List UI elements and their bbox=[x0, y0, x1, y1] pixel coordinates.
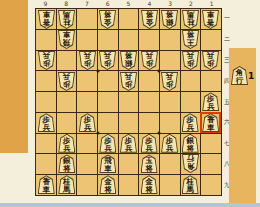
piece-knight-sente[interactable]: 桂馬 bbox=[182, 175, 199, 194]
square-8-7: 歩兵 bbox=[57, 133, 78, 154]
piece-lance-sente[interactable]: 香車 bbox=[202, 113, 219, 132]
square-3-4: 歩兵 bbox=[159, 71, 180, 92]
piece-face: 歩兵 bbox=[39, 114, 54, 131]
square-2-1: 桂馬 bbox=[180, 9, 201, 30]
square-2-7: 銀将 bbox=[180, 133, 201, 154]
square-6-8: 飛車 bbox=[98, 154, 119, 175]
piece-silver-sente[interactable]: 銀将 bbox=[182, 134, 199, 153]
piece-pawn-sente[interactable]: 歩兵 bbox=[79, 113, 96, 132]
piece-face: 金将 bbox=[142, 11, 157, 28]
piece-face: 歩兵 bbox=[162, 135, 177, 152]
square-5-7: 歩兵 bbox=[118, 133, 139, 154]
piece-pawn-sente[interactable]: 歩兵 bbox=[38, 113, 55, 132]
file-label: 6 bbox=[97, 0, 118, 8]
piece-pawn-sente[interactable]: 歩兵 bbox=[161, 134, 178, 153]
piece-face: 歩兵 bbox=[59, 73, 74, 90]
piece-face: 歩兵 bbox=[121, 73, 136, 90]
piece-gold-gote[interactable]: 金将 bbox=[99, 10, 116, 29]
piece-face: 歩兵 bbox=[39, 52, 54, 69]
square-1-3: 歩兵 bbox=[200, 50, 221, 71]
square-9-3: 歩兵 bbox=[36, 50, 57, 71]
piece-pawn-sente[interactable]: 歩兵 bbox=[120, 134, 137, 153]
sente-hand-stand: 角 行 1 bbox=[229, 48, 256, 207]
piece-face: 歩兵 bbox=[183, 52, 198, 69]
piece-face: 銀将 bbox=[183, 135, 198, 152]
piece-pawn-sente[interactable]: 歩兵 bbox=[202, 92, 219, 111]
piece-face: 香車 bbox=[39, 11, 54, 28]
square-2-9: 桂馬 bbox=[180, 174, 201, 195]
piece-face: 歩兵 bbox=[142, 52, 157, 69]
piece-face: 歩兵 bbox=[59, 135, 74, 152]
piece-bishop-gote[interactable]: 角行 bbox=[182, 154, 199, 173]
square-2-6: 歩兵 bbox=[180, 112, 201, 133]
window-bottom-edge bbox=[0, 203, 260, 207]
piece-gold-sente[interactable]: 金将 bbox=[99, 175, 116, 194]
piece-pawn-sente[interactable]: 歩兵 bbox=[141, 134, 158, 153]
piece-face: 金将 bbox=[142, 176, 157, 193]
piece-king-sente[interactable]: 玉将 bbox=[141, 154, 158, 173]
square-4-7: 歩兵 bbox=[139, 133, 160, 154]
square-5-4: 歩兵 bbox=[118, 71, 139, 92]
square-6-7: 歩兵 bbox=[98, 133, 119, 154]
hand-piece-kanji: 行 bbox=[236, 77, 244, 85]
piece-lance-gote[interactable]: 香車 bbox=[202, 10, 219, 29]
piece-king-gote[interactable]: 王将 bbox=[182, 30, 199, 49]
square-2-3: 歩兵 bbox=[180, 50, 201, 71]
hand-row: 角 行 1 bbox=[229, 66, 256, 85]
piece-pawn-sente[interactable]: 歩兵 bbox=[99, 134, 116, 153]
square-4-8: 玉将 bbox=[139, 154, 160, 175]
piece-gold-gote[interactable]: 金将 bbox=[141, 10, 158, 29]
piece-pawn-sente[interactable]: 歩兵 bbox=[58, 134, 75, 153]
piece-rook-sente[interactable]: 飛車 bbox=[99, 154, 116, 173]
rank-label: 二 bbox=[223, 29, 231, 50]
square-1-5: 歩兵 bbox=[200, 92, 221, 113]
square-9-1: 香車 bbox=[36, 9, 57, 30]
square-2-8: 角行 bbox=[180, 154, 201, 175]
piece-face: 金将 bbox=[100, 176, 115, 193]
piece-pawn-gote[interactable]: 歩兵 bbox=[202, 51, 219, 70]
piece-face: 金将 bbox=[100, 11, 115, 28]
square-8-8: 銀将 bbox=[57, 154, 78, 175]
piece-face: 香車 bbox=[203, 114, 218, 131]
piece-face: 歩兵 bbox=[142, 135, 157, 152]
piece-pawn-gote[interactable]: 歩兵 bbox=[141, 51, 158, 70]
piece-pawn-gote[interactable]: 歩兵 bbox=[182, 51, 199, 70]
piece-face: 歩兵 bbox=[100, 52, 115, 69]
square-4-9: 金将 bbox=[139, 174, 160, 195]
square-8-4: 歩兵 bbox=[57, 71, 78, 92]
square-6-3: 歩兵 bbox=[98, 50, 119, 71]
piece-knight-gote[interactable]: 桂馬 bbox=[182, 10, 199, 29]
piece-silver-gote[interactable]: 銀将 bbox=[120, 51, 137, 70]
piece-knight-gote[interactable]: 桂馬 bbox=[58, 10, 75, 29]
file-label: 4 bbox=[139, 0, 160, 8]
piece-pawn-sente[interactable]: 歩兵 bbox=[182, 113, 199, 132]
file-label: 3 bbox=[160, 0, 181, 8]
piece-face: 桂馬 bbox=[59, 176, 74, 193]
square-7-6: 歩兵 bbox=[77, 112, 98, 133]
piece-face: 角行 bbox=[183, 155, 198, 172]
piece-face: 歩兵 bbox=[80, 114, 95, 131]
piece-face: 歩兵 bbox=[183, 114, 198, 131]
file-label: 8 bbox=[56, 0, 77, 8]
square-9-9: 香車 bbox=[36, 174, 57, 195]
gote-hand-stand bbox=[0, 0, 28, 153]
file-label: 7 bbox=[77, 0, 98, 8]
piece-pawn-gote[interactable]: 歩兵 bbox=[58, 72, 75, 91]
file-label: 1 bbox=[201, 0, 222, 8]
piece-knight-sente[interactable]: 桂馬 bbox=[58, 175, 75, 194]
piece-pawn-gote[interactable]: 歩兵 bbox=[161, 72, 178, 91]
hand-piece-count: 1 bbox=[248, 71, 254, 81]
piece-pawn-gote[interactable]: 歩兵 bbox=[99, 51, 116, 70]
piece-face: 歩兵 bbox=[162, 73, 177, 90]
piece-face: 歩兵 bbox=[80, 52, 95, 69]
rank-label: 一 bbox=[223, 8, 231, 29]
square-2-2: 王将 bbox=[180, 30, 201, 51]
piece-silver-gote[interactable]: 銀将 bbox=[161, 10, 178, 29]
square-8-9: 桂馬 bbox=[57, 174, 78, 195]
piece-silver-sente[interactable]: 銀将 bbox=[58, 154, 75, 173]
piece-face: 香車 bbox=[39, 176, 54, 193]
file-label: 5 bbox=[118, 0, 139, 8]
square-4-3: 歩兵 bbox=[139, 50, 160, 71]
square-9-6: 歩兵 bbox=[36, 112, 57, 133]
piece-face: 歩兵 bbox=[121, 135, 136, 152]
piece-lance-gote[interactable]: 香車 bbox=[38, 10, 55, 29]
piece-face: 銀将 bbox=[162, 11, 177, 28]
piece-face: 桂馬 bbox=[59, 11, 74, 28]
piece-gold-sente[interactable]: 金将 bbox=[141, 175, 158, 194]
square-6-9: 金将 bbox=[98, 174, 119, 195]
square-8-1: 桂馬 bbox=[57, 9, 78, 30]
file-label: 2 bbox=[180, 0, 201, 8]
piece-face: 銀将 bbox=[59, 155, 74, 172]
square-7-3: 歩兵 bbox=[77, 50, 98, 71]
piece-face: 飛車 bbox=[59, 31, 74, 48]
piece-pawn-gote[interactable]: 歩兵 bbox=[120, 72, 137, 91]
file-labels: 987654321 bbox=[35, 0, 222, 8]
square-4-1: 金将 bbox=[139, 9, 160, 30]
square-6-1: 金将 bbox=[98, 9, 119, 30]
piece-lance-sente[interactable]: 香車 bbox=[38, 175, 55, 194]
hand-piece-bishop[interactable]: 角 行 bbox=[231, 66, 248, 85]
piece-face: 銀将 bbox=[121, 52, 136, 69]
piece-face: 歩兵 bbox=[203, 93, 218, 110]
piece-face: 玉将 bbox=[142, 155, 157, 172]
piece-face: 王将 bbox=[183, 31, 198, 48]
piece-face: 桂馬 bbox=[183, 176, 198, 193]
shogi-board: 香車桂馬金将金将銀将桂馬香車飛車王将歩兵歩兵歩兵銀将歩兵歩兵歩兵歩兵歩兵歩兵角行… bbox=[35, 8, 222, 196]
piece-pawn-gote[interactable]: 歩兵 bbox=[38, 51, 55, 70]
pieces-layer: 香車桂馬金将金将銀将桂馬香車飛車王将歩兵歩兵歩兵銀将歩兵歩兵歩兵歩兵歩兵歩兵角行… bbox=[36, 9, 221, 195]
square-5-3: 銀将 bbox=[118, 50, 139, 71]
piece-pawn-gote[interactable]: 歩兵 bbox=[79, 51, 96, 70]
piece-rook-gote[interactable]: 飛車 bbox=[58, 30, 75, 49]
hand-piece-face: 角 行 bbox=[232, 67, 247, 84]
square-3-1: 銀将 bbox=[159, 9, 180, 30]
last-move-square-1-6: 香車 bbox=[200, 112, 221, 133]
piece-face: 飛車 bbox=[100, 155, 115, 172]
piece-face: 歩兵 bbox=[100, 135, 115, 152]
square-1-1: 香車 bbox=[200, 9, 221, 30]
piece-face: 歩兵 bbox=[203, 52, 218, 69]
file-label: 9 bbox=[35, 0, 56, 8]
piece-face: 香車 bbox=[203, 11, 218, 28]
piece-face: 桂馬 bbox=[183, 11, 198, 28]
square-8-2: 飛車 bbox=[57, 30, 78, 51]
square-3-7: 歩兵 bbox=[159, 133, 180, 154]
